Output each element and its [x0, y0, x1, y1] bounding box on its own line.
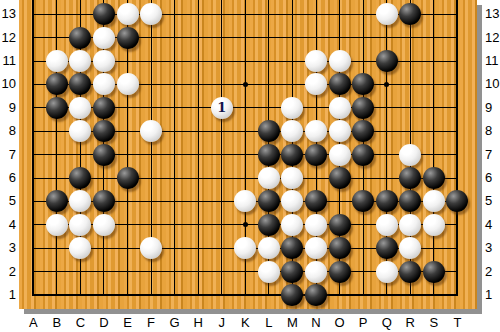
- stone-black[interactable]: [258, 144, 280, 166]
- stone-white[interactable]: [305, 261, 327, 283]
- stone-black[interactable]: [93, 190, 115, 212]
- col-label-S: S: [424, 315, 444, 330]
- row-label-left-12: 12: [0, 30, 16, 45]
- grid-line-vertical: [456, 0, 458, 296]
- row-label-left-1: 1: [0, 287, 16, 302]
- stone-white[interactable]: [69, 237, 91, 259]
- stone-white[interactable]: [140, 3, 162, 25]
- star-point: [384, 82, 389, 87]
- row-label-left-6: 6: [0, 170, 16, 185]
- stone-black[interactable]: [258, 214, 280, 236]
- star-point: [243, 82, 248, 87]
- stone-black[interactable]: [93, 97, 115, 119]
- stone-white[interactable]: [329, 120, 351, 142]
- stone-black[interactable]: [399, 167, 421, 189]
- stone-white[interactable]: [117, 73, 139, 95]
- col-label-C: C: [70, 315, 90, 330]
- row-label-right-4: 4: [485, 217, 500, 232]
- row-label-left-11: 11: [0, 53, 16, 68]
- col-label-F: F: [141, 315, 161, 330]
- go-board-diagram: 1 1313121211111010998877665544332211ABCD…: [0, 0, 500, 332]
- row-label-left-4: 4: [0, 217, 16, 232]
- stone-white[interactable]: [93, 73, 115, 95]
- row-label-right-9: 9: [485, 100, 500, 115]
- col-label-A: A: [23, 315, 43, 330]
- row-label-right-3: 3: [485, 240, 500, 255]
- row-label-left-13: 13: [0, 6, 16, 21]
- stone-black[interactable]: [329, 261, 351, 283]
- stone-white[interactable]: [399, 214, 421, 236]
- stone-black[interactable]: [376, 237, 398, 259]
- stone-white[interactable]: [140, 237, 162, 259]
- stone-black[interactable]: [352, 190, 374, 212]
- stone-white[interactable]: [258, 261, 280, 283]
- stone-black[interactable]: [281, 237, 303, 259]
- stone-white[interactable]: [376, 3, 398, 25]
- stone-black[interactable]: [305, 284, 327, 306]
- stone-black[interactable]: [352, 144, 374, 166]
- stone-black[interactable]: [69, 167, 91, 189]
- col-label-E: E: [118, 315, 138, 330]
- stone-white[interactable]: [93, 214, 115, 236]
- goban[interactable]: 1: [19, 0, 477, 309]
- stone-white[interactable]: [69, 50, 91, 72]
- stone-white-move-1[interactable]: 1: [211, 97, 233, 119]
- row-label-right-5: 5: [485, 193, 500, 208]
- stone-white[interactable]: [140, 120, 162, 142]
- stone-black[interactable]: [258, 120, 280, 142]
- grid-line-vertical: [221, 0, 222, 296]
- row-label-right-6: 6: [485, 170, 500, 185]
- col-label-T: T: [447, 315, 467, 330]
- grid-line-vertical: [56, 0, 57, 296]
- stone-white[interactable]: [305, 73, 327, 95]
- stone-black[interactable]: [352, 120, 374, 142]
- stone-white[interactable]: [305, 50, 327, 72]
- stone-black[interactable]: [423, 167, 445, 189]
- row-label-left-9: 9: [0, 100, 16, 115]
- stone-black[interactable]: [352, 97, 374, 119]
- stone-black[interactable]: [329, 167, 351, 189]
- stone-white[interactable]: [69, 190, 91, 212]
- stone-white[interactable]: [46, 214, 68, 236]
- row-label-left-7: 7: [0, 147, 16, 162]
- col-label-M: M: [282, 315, 302, 330]
- stone-white[interactable]: [93, 27, 115, 49]
- stone-black[interactable]: [352, 73, 374, 95]
- stone-white[interactable]: [399, 144, 421, 166]
- stone-white[interactable]: [234, 237, 256, 259]
- col-label-L: L: [259, 315, 279, 330]
- stone-white[interactable]: [69, 120, 91, 142]
- stone-white[interactable]: [305, 120, 327, 142]
- stone-white[interactable]: [281, 167, 303, 189]
- stone-white[interactable]: [234, 190, 256, 212]
- row-label-right-11: 11: [485, 53, 500, 68]
- stone-white[interactable]: [329, 144, 351, 166]
- col-label-O: O: [330, 315, 350, 330]
- row-label-right-13: 13: [485, 6, 500, 21]
- stone-black[interactable]: [93, 144, 115, 166]
- stone-black[interactable]: [376, 50, 398, 72]
- row-label-right-10: 10: [485, 76, 500, 91]
- stone-black[interactable]: [281, 284, 303, 306]
- stone-black[interactable]: [399, 3, 421, 25]
- stone-white[interactable]: [305, 214, 327, 236]
- stone-black[interactable]: [329, 73, 351, 95]
- grid-line-vertical: [32, 0, 34, 296]
- col-label-N: N: [306, 315, 326, 330]
- stone-white[interactable]: [93, 50, 115, 72]
- stone-black[interactable]: [117, 167, 139, 189]
- col-label-D: D: [94, 315, 114, 330]
- stone-black[interactable]: [305, 144, 327, 166]
- col-label-G: G: [165, 315, 185, 330]
- move-number-label: 1: [211, 97, 233, 119]
- stone-white[interactable]: [305, 237, 327, 259]
- col-label-B: B: [47, 315, 67, 330]
- stone-black[interactable]: [329, 214, 351, 236]
- grid-line-vertical: [433, 0, 434, 296]
- stone-black[interactable]: [376, 190, 398, 212]
- stone-white[interactable]: [399, 237, 421, 259]
- col-label-K: K: [235, 315, 255, 330]
- col-label-Q: Q: [377, 315, 397, 330]
- stone-black[interactable]: [329, 237, 351, 259]
- star-point: [243, 222, 248, 227]
- col-label-H: H: [188, 315, 208, 330]
- row-label-left-10: 10: [0, 76, 16, 91]
- stone-black[interactable]: [281, 261, 303, 283]
- row-label-right-8: 8: [485, 123, 500, 138]
- stone-black[interactable]: [258, 190, 280, 212]
- stone-black[interactable]: [46, 97, 68, 119]
- stone-black[interactable]: [423, 261, 445, 283]
- row-label-right-7: 7: [485, 147, 500, 162]
- col-label-P: P: [353, 315, 373, 330]
- stone-white[interactable]: [281, 97, 303, 119]
- stone-black[interactable]: [46, 73, 68, 95]
- stone-white[interactable]: [117, 3, 139, 25]
- row-label-right-1: 1: [485, 287, 500, 302]
- row-label-left-3: 3: [0, 240, 16, 255]
- stone-white[interactable]: [423, 190, 445, 212]
- col-label-R: R: [400, 315, 420, 330]
- row-label-right-12: 12: [485, 30, 500, 45]
- stone-black[interactable]: [281, 144, 303, 166]
- stone-white[interactable]: [423, 214, 445, 236]
- stone-white[interactable]: [69, 214, 91, 236]
- row-label-left-2: 2: [0, 264, 16, 279]
- stone-white[interactable]: [281, 214, 303, 236]
- grid-line-horizontal: [32, 294, 458, 296]
- stone-black[interactable]: [399, 261, 421, 283]
- stone-white[interactable]: [281, 190, 303, 212]
- stone-black[interactable]: [446, 190, 468, 212]
- stone-black[interactable]: [46, 190, 68, 212]
- stone-white[interactable]: [69, 97, 91, 119]
- stone-white[interactable]: [258, 237, 280, 259]
- stone-white[interactable]: [258, 167, 280, 189]
- stone-black[interactable]: [93, 120, 115, 142]
- col-label-J: J: [212, 315, 232, 330]
- stone-black[interactable]: [117, 27, 139, 49]
- stone-white[interactable]: [376, 214, 398, 236]
- stone-white[interactable]: [281, 120, 303, 142]
- grid-line-vertical: [174, 0, 175, 296]
- stone-white[interactable]: [329, 50, 351, 72]
- stone-black[interactable]: [69, 27, 91, 49]
- grid-line-vertical: [198, 0, 199, 296]
- stone-white[interactable]: [46, 50, 68, 72]
- stone-white[interactable]: [376, 261, 398, 283]
- stone-black[interactable]: [69, 73, 91, 95]
- row-label-left-5: 5: [0, 193, 16, 208]
- row-label-left-8: 8: [0, 123, 16, 138]
- stone-black[interactable]: [305, 190, 327, 212]
- stone-black[interactable]: [399, 190, 421, 212]
- row-label-right-2: 2: [485, 264, 500, 279]
- stone-white[interactable]: [329, 97, 351, 119]
- grid-line-horizontal: [32, 178, 458, 179]
- stone-black[interactable]: [93, 3, 115, 25]
